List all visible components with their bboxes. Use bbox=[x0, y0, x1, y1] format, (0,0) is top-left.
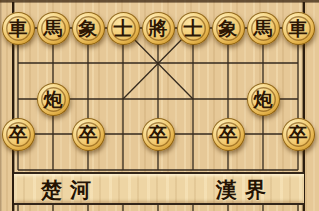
piece-face: 炮 bbox=[251, 87, 276, 112]
river-band: 楚河 漢界 bbox=[14, 172, 304, 205]
piece-character: 卒 bbox=[219, 124, 238, 143]
xiangqi-board[interactable]: 楚河 漢界 車馬象士將士象馬車炮炮卒卒卒卒卒 bbox=[0, 0, 319, 211]
piece-face: 象 bbox=[216, 16, 241, 41]
piece-character: 炮 bbox=[254, 89, 273, 108]
piece-cannon[interactable]: 炮 bbox=[247, 83, 280, 116]
piece-general[interactable]: 將 bbox=[142, 12, 175, 45]
piece-character: 卒 bbox=[9, 124, 28, 143]
piece-character: 卒 bbox=[79, 124, 98, 143]
piece-soldier[interactable]: 卒 bbox=[212, 118, 245, 151]
piece-character: 車 bbox=[9, 18, 28, 37]
piece-face: 卒 bbox=[76, 122, 101, 147]
piece-chariot[interactable]: 車 bbox=[2, 12, 35, 45]
piece-horse[interactable]: 馬 bbox=[247, 12, 280, 45]
piece-character: 馬 bbox=[44, 18, 63, 37]
piece-face: 卒 bbox=[286, 122, 311, 147]
piece-character: 象 bbox=[219, 18, 238, 37]
piece-soldier[interactable]: 卒 bbox=[2, 118, 35, 151]
piece-face: 士 bbox=[111, 16, 136, 41]
piece-advisor[interactable]: 士 bbox=[107, 12, 140, 45]
river-label-han: 漢界 bbox=[216, 175, 274, 204]
piece-elephant[interactable]: 象 bbox=[72, 12, 105, 45]
piece-elephant[interactable]: 象 bbox=[212, 12, 245, 45]
piece-face: 將 bbox=[146, 16, 171, 41]
piece-face: 車 bbox=[286, 16, 311, 41]
piece-face: 馬 bbox=[41, 16, 66, 41]
piece-face: 車 bbox=[6, 16, 31, 41]
piece-character: 將 bbox=[149, 18, 168, 37]
piece-character: 車 bbox=[289, 18, 308, 37]
piece-character: 士 bbox=[184, 18, 203, 37]
piece-character: 卒 bbox=[289, 124, 308, 143]
piece-cannon[interactable]: 炮 bbox=[37, 83, 70, 116]
piece-face: 卒 bbox=[6, 122, 31, 147]
piece-character: 馬 bbox=[254, 18, 273, 37]
piece-face: 象 bbox=[76, 16, 101, 41]
river-label-chu: 楚河 bbox=[41, 175, 99, 204]
piece-advisor[interactable]: 士 bbox=[177, 12, 210, 45]
piece-face: 卒 bbox=[146, 122, 171, 147]
piece-face: 馬 bbox=[251, 16, 276, 41]
piece-horse[interactable]: 馬 bbox=[37, 12, 70, 45]
piece-soldier[interactable]: 卒 bbox=[72, 118, 105, 151]
piece-face: 士 bbox=[181, 16, 206, 41]
piece-character: 象 bbox=[79, 18, 98, 37]
piece-soldier[interactable]: 卒 bbox=[142, 118, 175, 151]
piece-character: 士 bbox=[114, 18, 133, 37]
piece-face: 炮 bbox=[41, 87, 66, 112]
piece-character: 炮 bbox=[44, 89, 63, 108]
piece-soldier[interactable]: 卒 bbox=[282, 118, 315, 151]
piece-chariot[interactable]: 車 bbox=[282, 12, 315, 45]
piece-face: 卒 bbox=[216, 122, 241, 147]
piece-character: 卒 bbox=[149, 124, 168, 143]
